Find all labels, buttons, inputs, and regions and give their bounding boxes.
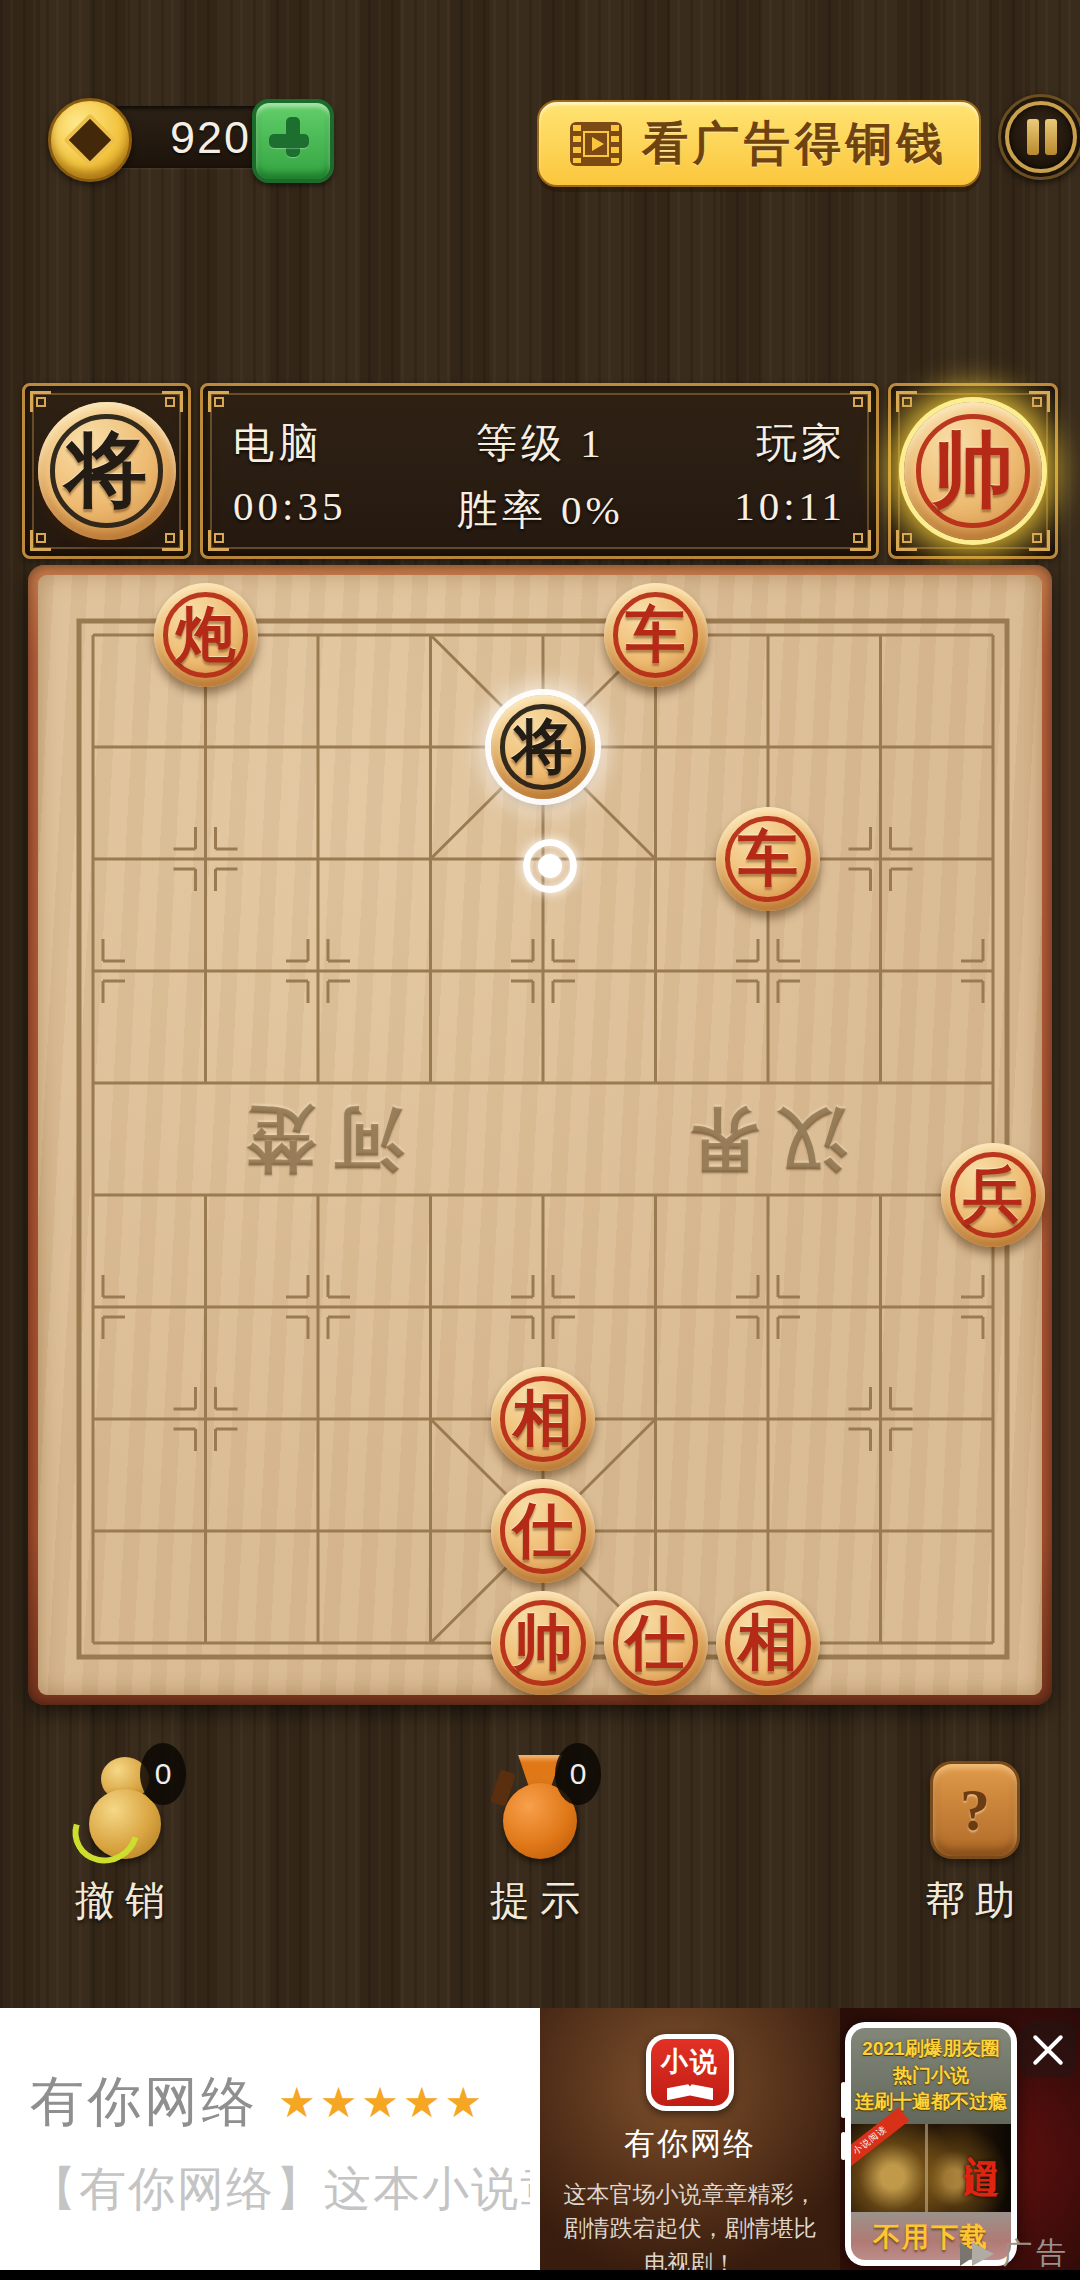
close-ad-button[interactable]: [1020, 2022, 1076, 2078]
xiangqi-app-screen: 9200 看广告得铜钱 将 电脑 00:35 等级 1 胜率 0% 玩家: [0, 0, 1080, 2280]
ad-creative[interactable]: 2021刷爆朋友圈 热门小说 连刷十遍都不过瘾 小说阅读 门道 不用下载: [845, 2022, 1017, 2266]
piece-车-f0[interactable]: 车: [604, 583, 708, 687]
ad-creative-line3: 连刷十遍都不过瘾: [853, 2089, 1009, 2116]
opponent-portrait: 将: [22, 383, 191, 559]
ad-creative-line1: 2021刷爆朋友圈: [853, 2036, 1009, 2063]
piece-相-e7[interactable]: 相: [491, 1367, 595, 1471]
player-portrait: 帅: [888, 383, 1058, 559]
help-label: 帮助: [925, 1873, 1025, 1928]
level-label: 等级 1: [476, 416, 605, 471]
piece-车-g2[interactable]: 车: [716, 807, 820, 911]
opponent-name: 电脑: [233, 416, 346, 471]
watch-ad-button[interactable]: 看广告得铜钱: [537, 100, 981, 187]
player-time: 10:11: [734, 482, 846, 530]
hint-count-badge: 0: [555, 1743, 601, 1805]
match-stats-panel: 电脑 00:35 等级 1 胜率 0% 玩家 10:11: [200, 383, 879, 559]
watch-ad-label: 看广告得铜钱: [642, 113, 948, 175]
add-coins-button[interactable]: [252, 99, 334, 183]
coin-icon: [48, 98, 132, 182]
help-button[interactable]: ? 帮助: [890, 1755, 1060, 1928]
win-rate: 胜率 0%: [457, 483, 624, 538]
ad-vertical-title: 门道: [956, 2126, 1005, 2142]
pieces-layer: 炮车将车兵相仕帅仕相: [28, 565, 1052, 1705]
ad-media-panel[interactable]: 小说 有你网络 这本官场小说章章精彩，剧情跌宕起伏，剧情堪比电视剧！ 2021刷…: [540, 2008, 1080, 2280]
novel-app-icon[interactable]: 小说: [646, 2034, 734, 2111]
pause-button[interactable]: [998, 94, 1080, 180]
hint-label: 提示: [490, 1873, 590, 1928]
ad-badge: 广告: [1002, 2233, 1070, 2274]
piece-仕-f9[interactable]: 仕: [604, 1591, 708, 1695]
piece-将-e1[interactable]: 将: [491, 695, 595, 799]
ad-advertiser: 有你网络: [30, 2066, 258, 2139]
star-icon: ★★★★★: [278, 2078, 486, 2127]
film-play-icon: [570, 122, 622, 166]
opponent-time: 00:35: [233, 482, 346, 530]
undo-button[interactable]: 0 撤销: [40, 1755, 210, 1928]
question-mark-icon: ?: [930, 1761, 1020, 1859]
ad-app-name: 有你网络: [624, 2123, 756, 2165]
last-move-from-marker: [523, 839, 577, 893]
player-piece-avatar: 帅: [904, 402, 1042, 540]
piece-兵-i5[interactable]: 兵: [941, 1143, 1045, 1247]
ad-description: 这本官场小说章章精彩，剧情跌宕起伏，剧情堪比电视剧！: [556, 2177, 824, 2280]
ad-banner[interactable]: 有你网络 ★★★★★ 【有你网络】这本小说章章... 小说 有你网络 这本官场小…: [0, 2008, 1080, 2280]
piece-帅-e9[interactable]: 帅: [491, 1591, 595, 1695]
ad-text-panel[interactable]: 有你网络 ★★★★★ 【有你网络】这本小说章章...: [0, 2008, 540, 2280]
piece-炮-b0[interactable]: 炮: [154, 583, 258, 687]
book-icon: [667, 2084, 713, 2100]
undo-label: 撤销: [75, 1873, 175, 1928]
piece-仕-e8[interactable]: 仕: [491, 1479, 595, 1583]
piece-相-g9[interactable]: 相: [716, 1591, 820, 1695]
ad-creative-image: 小说阅读 门道: [851, 2124, 1011, 2212]
undo-count-badge: 0: [140, 1743, 186, 1805]
player-name: 玩家: [756, 416, 846, 471]
xiangqi-board[interactable]: 楚河 汉界 炮车将车兵相仕帅仕相: [28, 565, 1052, 1705]
ad-headline: 【有你网络】这本小说章章: [30, 2163, 530, 2215]
ad-creative-line2: 热门小说: [853, 2063, 1009, 2090]
bottom-strip: [0, 2270, 1080, 2280]
ad-logo-icon: [960, 2242, 994, 2266]
hint-button[interactable]: 0 提示: [455, 1755, 625, 1928]
opponent-piece-avatar: 将: [38, 402, 176, 540]
